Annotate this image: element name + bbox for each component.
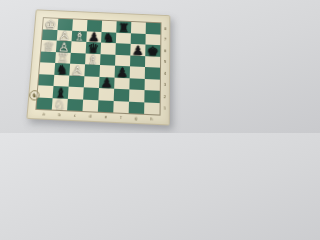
square-a5 [40,51,56,63]
square-a8: ♔ [43,18,58,29]
rank-label-6: 6 [164,49,167,53]
square-g8 [131,22,146,34]
square-h6: ♚ [145,45,160,57]
file-label-e: e [104,115,107,119]
square-a7 [42,29,58,41]
square-b7: ♙ [57,30,72,42]
square-b4: ♞ [54,63,70,75]
square-e5 [100,54,115,66]
square-c1 [67,98,83,111]
square-e2 [98,88,114,100]
square-f4: ♟ [115,66,130,78]
board-grid: ♔♜♙♗♟♞♕♙♛♟♚♖♗♞♙♟♟♝♘ [36,18,160,114]
rank-label-1: 1 [163,107,166,111]
file-label-d: d [89,114,92,118]
square-c7: ♗ [72,30,87,42]
square-h4 [145,67,160,79]
piece-wN-b1: ♘ [52,97,68,111]
square-e6 [101,43,116,55]
square-b6: ♙ [56,41,72,53]
square-a6: ♕ [41,40,57,52]
board-tilt-wrapper: ♔♜♙♗♟♞♕♙♛♟♚♖♗♞♙♟♟♝♘ abcdefgh 87654321 ♞ [26,9,170,125]
square-d5: ♗ [85,53,100,65]
square-e4 [99,65,115,77]
rank-label-3: 3 [164,83,167,87]
square-e8 [102,21,117,33]
file-label-h: h [150,117,153,121]
chess-board: ♔♜♙♗♟♞♕♙♛♟♚♖♗♞♙♟♟♝♘ abcdefgh 87654321 ♞ [26,9,170,125]
square-d1 [82,99,98,112]
square-b5: ♖ [55,52,71,64]
square-g2 [129,89,145,101]
square-d3 [84,76,100,88]
rank-labels: 87654321 [161,23,170,115]
rank-label-5: 5 [164,60,167,64]
square-e1 [98,100,114,113]
square-e7: ♞ [101,32,116,44]
square-d2 [83,87,99,99]
square-b2: ♝ [53,86,69,98]
rank-label-4: 4 [164,72,167,76]
square-f8: ♜ [116,21,131,33]
square-c8 [72,19,87,30]
square-b8 [58,19,73,30]
rank-label-7: 7 [164,38,167,42]
square-f3 [114,77,130,89]
file-label-a: a [42,112,45,116]
square-h2 [144,90,159,102]
rank-label-2: 2 [163,95,166,99]
rank-label-8: 8 [164,27,167,31]
square-h7 [145,33,160,45]
square-f6 [115,43,130,55]
square-d4 [84,64,100,76]
square-g3 [129,78,144,90]
square-a3 [38,74,54,86]
file-label-f: f [120,116,122,120]
square-b1: ♘ [52,98,68,111]
square-c2 [68,87,84,99]
square-g4 [130,66,145,78]
square-g1 [129,101,145,114]
square-a2 [37,85,53,97]
square-c3 [69,75,85,87]
square-c5 [70,52,86,64]
square-h8 [146,23,161,35]
square-f5 [115,54,130,66]
square-g7 [131,33,146,45]
square-a1 [36,97,52,110]
square-e3: ♟ [99,76,115,88]
square-c4: ♙ [69,64,85,76]
table-surface: ♔♜♙♗♟♞♕♙♛♟♚♖♗♞♙♟♟♝♘ abcdefgh 87654321 ♞ [0,0,200,133]
square-a4 [39,62,55,74]
square-h1 [144,102,160,115]
square-d6: ♛ [86,42,101,54]
square-g6: ♟ [130,44,145,56]
square-h5 [145,56,160,68]
square-g5 [130,55,145,67]
square-d7: ♟ [86,31,101,43]
square-f1 [113,100,129,113]
square-h3 [145,78,160,90]
square-d8 [87,20,102,31]
square-f2 [114,89,130,101]
square-b3 [53,74,69,86]
square-c6 [71,41,86,53]
file-label-g: g [135,117,138,121]
file-label-c: c [73,114,76,118]
square-f7 [116,32,131,44]
file-label-b: b [58,113,61,117]
